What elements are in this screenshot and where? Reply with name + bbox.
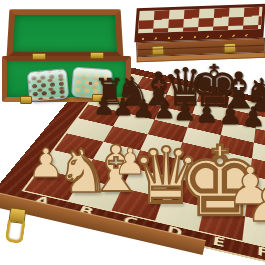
- pieces-bag-dark: [27, 68, 69, 101]
- brass-clasp-icon: [20, 96, 32, 104]
- file-label-e: E: [211, 234, 227, 250]
- product-photo-chess-set: ABCDEF ♜♞♝♛♚♝♞♟♟♟♟♟♟♟♟♟♞♝♟♛♚♟♟: [0, 0, 265, 265]
- file-label-f: F: [256, 244, 265, 260]
- folded-board-top: [134, 4, 265, 43]
- hinge-icon: [90, 52, 104, 59]
- open-case-view: [2, 6, 133, 102]
- hinge-icon: [32, 53, 46, 60]
- brass-clasp-icon: [151, 45, 164, 55]
- brass-clasp-icon: [223, 43, 236, 53]
- case-lid-felt: [7, 9, 124, 58]
- folded-case-view: [135, 4, 265, 70]
- brass-clasp-icon: [92, 94, 104, 102]
- clasp-loop: [5, 220, 26, 244]
